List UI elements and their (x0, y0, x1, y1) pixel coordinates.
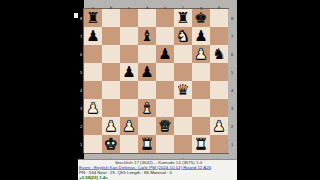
file-label-a: a (84, 0, 102, 9)
square-d1[interactable]: ♜ (138, 135, 156, 153)
rank-label-7: 7 (228, 27, 237, 45)
square-d2[interactable] (138, 117, 156, 135)
white-rook-d1[interactable]: ♜ (140, 135, 153, 153)
white-pawn-h2[interactable]: ♟ (212, 117, 225, 135)
square-h7[interactable] (210, 27, 228, 45)
square-a3[interactable]: ♟ (84, 99, 102, 117)
black-pawn-d5[interactable]: ♟ (140, 63, 153, 81)
black-bishop-d7[interactable]: ♝ (140, 27, 153, 45)
square-e4[interactable] (156, 81, 174, 99)
file-label-b: b (102, 0, 120, 9)
square-e3[interactable] (156, 99, 174, 117)
square-g2[interactable] (192, 117, 210, 135)
black-queen-f4[interactable]: ♛ (176, 81, 189, 99)
square-f5[interactable] (174, 63, 192, 81)
rank-label-1: 1 (228, 135, 237, 153)
white-pawn-b2[interactable]: ♟ (104, 117, 117, 135)
black-knight-h6[interactable]: ♞ (212, 45, 225, 63)
square-f8[interactable]: ♜ (174, 9, 192, 27)
rank-label-3: 3 (228, 99, 237, 117)
square-a8[interactable]: ♜ (84, 9, 102, 27)
square-h8[interactable] (210, 9, 228, 27)
white-bishop-d3[interactable]: ♝ (140, 99, 153, 117)
black-rook-f8[interactable]: ♜ (176, 9, 189, 27)
square-e5[interactable] (156, 63, 174, 81)
file-labels-top: abcdefgh (78, 0, 237, 9)
chess-panel: abcdefgh 87654321 ♜♜♚♟♝♞♟♟♟♞♟♟♛♟♝♟♟♛♟♚♜♜… (78, 0, 237, 180)
square-a2[interactable] (84, 117, 102, 135)
game-caption: Stockfish 17 (3642) -- Komodo 14 (3575) … (78, 159, 237, 180)
rank-label-2: 2 (228, 117, 237, 135)
square-c2[interactable]: ♟ (120, 117, 138, 135)
square-d3[interactable]: ♝ (138, 99, 156, 117)
black-rook-a8[interactable]: ♜ (86, 9, 99, 27)
square-c5[interactable]: ♟ (120, 63, 138, 81)
square-a6[interactable] (84, 45, 102, 63)
corner-spacer (228, 0, 237, 9)
square-b3[interactable] (102, 99, 120, 117)
white-king-b1[interactable]: ♚ (104, 135, 117, 153)
file-label-f: f (174, 0, 192, 9)
square-d6[interactable] (138, 45, 156, 63)
black-pawn-g7[interactable]: ♟ (194, 27, 207, 45)
square-f2[interactable] (174, 117, 192, 135)
black-king-g8[interactable]: ♚ (194, 9, 207, 27)
black-pawn-a7[interactable]: ♟ (86, 27, 99, 45)
square-b7[interactable] (102, 27, 120, 45)
rank-label-5: 5 (228, 63, 237, 81)
square-g6[interactable]: ♟ (192, 45, 210, 63)
square-c4[interactable] (120, 81, 138, 99)
square-d8[interactable] (138, 9, 156, 27)
square-c7[interactable] (120, 27, 138, 45)
square-b8[interactable] (102, 9, 120, 27)
rank-label-6: 6 (228, 45, 237, 63)
chess-board[interactable]: ♜♜♚♟♝♞♟♟♟♞♟♟♛♟♝♟♟♛♟♚♜♜ (84, 9, 228, 153)
square-e8[interactable] (156, 9, 174, 27)
square-d5[interactable]: ♟ (138, 63, 156, 81)
white-queen-e2[interactable]: ♛ (158, 117, 171, 135)
square-b1[interactable]: ♚ (102, 135, 120, 153)
rank-label-4: 4 (228, 81, 237, 99)
file-label-d: d (138, 0, 156, 9)
square-b5[interactable] (102, 63, 120, 81)
square-a7[interactable]: ♟ (84, 27, 102, 45)
square-h1[interactable] (210, 135, 228, 153)
square-e1[interactable] (156, 135, 174, 153)
square-b2[interactable]: ♟ (102, 117, 120, 135)
square-g5[interactable] (192, 63, 210, 81)
square-g8[interactable]: ♚ (192, 9, 210, 27)
white-pawn-g6[interactable]: ♟ (194, 45, 207, 63)
square-c1[interactable] (120, 135, 138, 153)
square-h4[interactable] (210, 81, 228, 99)
video-frame: abcdefgh 87654321 ♜♜♚♟♝♞♟♟♟♞♟♟♛♟♝♟♟♛♟♚♜♜… (0, 0, 320, 180)
square-f3[interactable] (174, 99, 192, 117)
square-h5[interactable] (210, 63, 228, 81)
square-e6[interactable]: ♟ (156, 45, 174, 63)
square-g1[interactable]: ♜ (192, 135, 210, 153)
file-label-h: h (210, 0, 228, 9)
square-f4[interactable]: ♛ (174, 81, 192, 99)
white-pawn-a3[interactable]: ♟ (86, 99, 99, 117)
square-c3[interactable] (120, 99, 138, 117)
white-pawn-c2[interactable]: ♟ (122, 117, 135, 135)
rank-label-8: 8 (228, 9, 237, 27)
square-a5[interactable] (84, 63, 102, 81)
square-g4[interactable] (192, 81, 210, 99)
file-label-g: g (192, 0, 210, 9)
square-g3[interactable] (192, 99, 210, 117)
square-c6[interactable] (120, 45, 138, 63)
square-a4[interactable] (84, 81, 102, 99)
square-c8[interactable] (120, 9, 138, 27)
black-pawn-c5[interactable]: ♟ (122, 63, 135, 81)
square-h6[interactable]: ♞ (210, 45, 228, 63)
black-pawn-e6[interactable]: ♟ (158, 45, 171, 63)
white-rook-g1[interactable]: ♜ (194, 135, 207, 153)
eval-line: +2.58(22) 1.4s (79, 175, 237, 180)
square-e7[interactable] (156, 27, 174, 45)
square-h2[interactable]: ♟ (210, 117, 228, 135)
square-g7[interactable]: ♟ (192, 27, 210, 45)
square-h3[interactable] (210, 99, 228, 117)
square-f7[interactable]: ♞ (174, 27, 192, 45)
square-b4[interactable] (102, 81, 120, 99)
square-a1[interactable] (84, 135, 102, 153)
file-label-c: c (120, 0, 138, 9)
square-f1[interactable] (174, 135, 192, 153)
square-d7[interactable]: ♝ (138, 27, 156, 45)
square-f6[interactable] (174, 45, 192, 63)
square-e2[interactable]: ♛ (156, 117, 174, 135)
rank-labels-right: 87654321 (228, 9, 237, 153)
white-knight-f7[interactable]: ♞ (176, 27, 189, 45)
square-d4[interactable] (138, 81, 156, 99)
file-label-e: e (156, 0, 174, 9)
square-b6[interactable] (102, 45, 120, 63)
